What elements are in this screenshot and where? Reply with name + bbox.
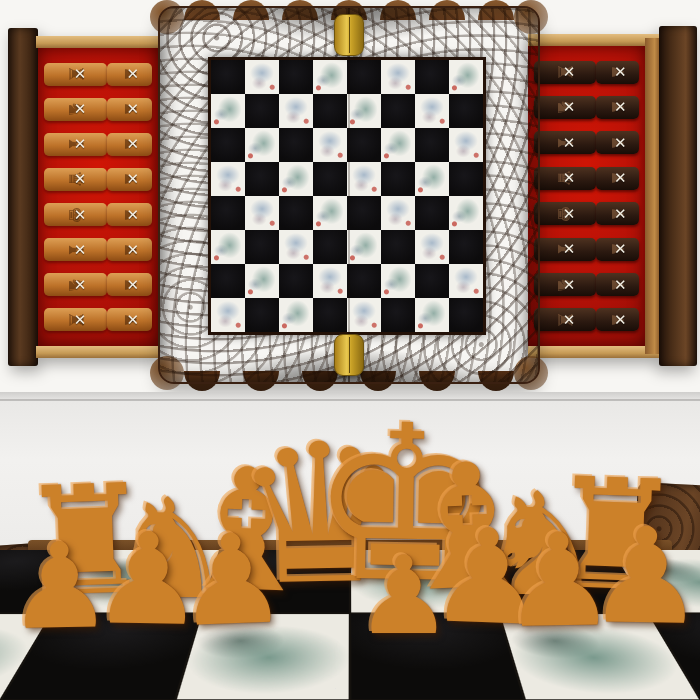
tray-piece-dark-pawn: ♟✕ <box>596 273 639 296</box>
board-square-e4 <box>347 196 381 230</box>
tray-piece-dark-pawn: ♟✕ <box>596 131 639 154</box>
top-photo-open-chess-case: ♜✕♟✕♞✕♟✕♝✕♟✕♛✕♟✕♚✕♟✕♝✕♟✕♞✕♟✕♜✕♟✕ ♜✕♟✕♞✕♟… <box>0 0 700 392</box>
tray-piece-light-pawn: ♟✕ <box>107 98 152 121</box>
board-square-c5 <box>279 162 313 196</box>
closeup-piece-pawn: ♟ <box>586 513 700 640</box>
board-square-h6 <box>449 128 483 162</box>
board-square-h8 <box>449 60 483 94</box>
closeup-photo-pieces: ♜♞♝♛♚♝♞♜♟♟♟♟♟♟♟ <box>0 392 700 700</box>
tray-row: ♞✕♟✕ <box>44 93 152 125</box>
tray-piece-dark-queen: ♛✕ <box>534 167 596 190</box>
board-square-f1 <box>381 298 415 332</box>
board-square-f6 <box>381 128 415 162</box>
board-square-g1 <box>415 298 449 332</box>
board-square-d6 <box>313 128 347 162</box>
board-square-a3 <box>211 230 245 264</box>
tray-piece-light-king: ♚✕ <box>44 203 107 226</box>
board-square-c7 <box>279 94 313 128</box>
board-square-b4 <box>245 196 279 230</box>
product-photo-collage: ♜✕♟✕♞✕♟✕♝✕♟✕♛✕♟✕♚✕♟✕♝✕♟✕♞✕♟✕♜✕♟✕ ♜✕♟✕♞✕♟… <box>0 0 700 700</box>
white-string-tie: ✕ <box>74 100 87 118</box>
board-square-e3 <box>347 230 381 264</box>
board-square-b7 <box>245 94 279 128</box>
board-square-b6 <box>245 128 279 162</box>
board-square-d3 <box>313 230 347 264</box>
white-string-tie: ✕ <box>614 240 627 258</box>
white-string-tie: ✕ <box>563 133 576 151</box>
brass-hinge-top-icon <box>334 14 364 56</box>
board-square-b8 <box>245 60 279 94</box>
tray-row: ♛✕♟✕ <box>44 163 152 195</box>
board-square-e7 <box>347 94 381 128</box>
board-square-h2 <box>449 264 483 298</box>
tray-piece-dark-bishop: ♝✕ <box>534 238 596 261</box>
tray-piece-light-bishop: ♝✕ <box>44 133 107 156</box>
tray-piece-dark-pawn: ♟✕ <box>596 238 639 261</box>
tray-row: ♞✕♟✕ <box>44 269 152 301</box>
white-string-tie: ✕ <box>74 135 87 153</box>
tray-row: ♝✕♟✕ <box>44 128 152 160</box>
brass-hinge-bottom-icon <box>334 334 364 376</box>
board-square-f5 <box>381 162 415 196</box>
tray-piece-dark-king: ♚✕ <box>534 202 596 225</box>
board-square-b2 <box>245 264 279 298</box>
board-square-g2 <box>415 264 449 298</box>
board-square-d2 <box>313 264 347 298</box>
board-square-h4 <box>449 196 483 230</box>
white-string-tie: ✕ <box>614 275 627 293</box>
board-square-g3 <box>415 230 449 264</box>
tray-lid-panel-left <box>8 28 38 366</box>
chess-board-grid <box>208 57 486 335</box>
board-square-c4 <box>279 196 313 230</box>
tray-rim <box>528 346 661 358</box>
carved-dragon-wood-frame <box>158 6 540 384</box>
tray-piece-light-knight: ♞✕ <box>44 273 107 296</box>
white-string-tie: ✕ <box>127 135 140 153</box>
tray-row: ♝✕♟✕ <box>534 127 639 159</box>
tray-piece-dark-knight: ♞✕ <box>534 273 596 296</box>
tray-row: ♜✕♟✕ <box>44 58 152 90</box>
tray-row: ♚✕♟✕ <box>44 199 152 231</box>
board-square-d4 <box>313 196 347 230</box>
tray-piece-light-knight: ♞✕ <box>44 98 107 121</box>
board-square-h5 <box>449 162 483 196</box>
tray-rim <box>528 34 661 46</box>
tray-piece-dark-pawn: ♟✕ <box>596 308 639 331</box>
white-string-tie: ✕ <box>127 275 140 293</box>
tray-piece-light-pawn: ♟✕ <box>107 133 152 156</box>
board-square-c1 <box>279 298 313 332</box>
white-string-tie: ✕ <box>563 98 576 116</box>
board-square-g8 <box>415 60 449 94</box>
board-square-a2 <box>211 264 245 298</box>
tray-row: ♜✕♟✕ <box>44 304 152 336</box>
white-string-tie: ✕ <box>563 63 576 81</box>
white-string-tie: ✕ <box>74 65 87 83</box>
white-string-tie: ✕ <box>127 170 140 188</box>
red-felt-right: ♜✕♟✕♞✕♟✕♝✕♟✕♛✕♟✕♚✕♟✕♝✕♟✕♞✕♟✕♜✕♟✕ <box>528 46 645 346</box>
tray-piece-dark-pawn: ♟✕ <box>596 96 639 119</box>
tray-piece-light-rook: ♜✕ <box>44 63 107 86</box>
white-string-tie: ✕ <box>127 240 140 258</box>
board-square-e6 <box>347 128 381 162</box>
board-square-h3 <box>449 230 483 264</box>
white-string-tie: ✕ <box>614 204 627 222</box>
tray-row: ♝✕♟✕ <box>44 234 152 266</box>
white-string-tie: ✕ <box>74 275 87 293</box>
tray-row: ♜✕♟✕ <box>534 56 639 88</box>
white-string-tie: ✕ <box>563 204 576 222</box>
tray-piece-light-pawn: ♟✕ <box>107 238 152 261</box>
board-square-a6 <box>211 128 245 162</box>
tray-piece-dark-rook: ♜✕ <box>534 308 596 331</box>
tray-piece-dark-pawn: ♟✕ <box>596 167 639 190</box>
tray-row: ♛✕♟✕ <box>534 162 639 194</box>
board-square-a7 <box>211 94 245 128</box>
right-piece-tray: ♜✕♟✕♞✕♟✕♝✕♟✕♛✕♟✕♚✕♟✕♝✕♟✕♞✕♟✕♜✕♟✕ <box>528 26 697 366</box>
tray-piece-dark-bishop: ♝✕ <box>534 131 596 154</box>
board-square-b5 <box>245 162 279 196</box>
board-square-a1 <box>211 298 245 332</box>
board-square-e8 <box>347 60 381 94</box>
board-square-d1 <box>313 298 347 332</box>
board-square-e2 <box>347 264 381 298</box>
white-string-tie: ✕ <box>563 169 576 187</box>
board-square-c6 <box>279 128 313 162</box>
red-felt-left: ♜✕♟✕♞✕♟✕♝✕♟✕♛✕♟✕♚✕♟✕♝✕♟✕♞✕♟✕♜✕♟✕ <box>38 48 158 346</box>
tray-piece-dark-knight: ♞✕ <box>534 96 596 119</box>
tray-row: ♞✕♟✕ <box>534 269 639 301</box>
tray-piece-light-pawn: ♟✕ <box>107 273 152 296</box>
tray-piece-light-queen: ♛✕ <box>44 168 107 191</box>
tray-row: ♝✕♟✕ <box>534 233 639 265</box>
board-square-e5 <box>347 162 381 196</box>
tray-lid-panel-right <box>659 26 697 366</box>
white-string-tie: ✕ <box>614 133 627 151</box>
closeup-piece-pawn: ♟ <box>174 520 289 642</box>
tray-row: ♜✕♟✕ <box>534 304 639 336</box>
tray-piece-dark-pawn: ♟✕ <box>596 61 639 84</box>
tray-rim <box>36 346 158 358</box>
tray-row: ♞✕♟✕ <box>534 91 639 123</box>
white-string-tie: ✕ <box>127 100 140 118</box>
white-string-tie: ✕ <box>563 240 576 258</box>
tray-piece-light-pawn: ♟✕ <box>107 168 152 191</box>
board-square-c8 <box>279 60 313 94</box>
tray-rim <box>36 36 158 48</box>
board-square-c3 <box>279 230 313 264</box>
white-string-tie: ✕ <box>614 63 627 81</box>
board-square-d8 <box>313 60 347 94</box>
board-square-c2 <box>279 264 313 298</box>
white-string-tie: ✕ <box>563 311 576 329</box>
board-square-a4 <box>211 196 245 230</box>
tray-piece-dark-pawn: ♟✕ <box>596 202 639 225</box>
board-square-f7 <box>381 94 415 128</box>
board-square-e1 <box>347 298 381 332</box>
board-square-a8 <box>211 60 245 94</box>
board-square-h1 <box>449 298 483 332</box>
board-square-f2 <box>381 264 415 298</box>
white-string-tie: ✕ <box>127 311 140 329</box>
white-string-tie: ✕ <box>614 311 627 329</box>
board-square-d5 <box>313 162 347 196</box>
board-square-b3 <box>245 230 279 264</box>
fold-seam <box>348 8 350 382</box>
board-square-g5 <box>415 162 449 196</box>
board-square-a5 <box>211 162 245 196</box>
tray-piece-light-pawn: ♟✕ <box>107 63 152 86</box>
board-square-f4 <box>381 196 415 230</box>
white-string-tie: ✕ <box>127 205 140 223</box>
board-square-b1 <box>245 298 279 332</box>
folding-chess-board <box>158 6 540 384</box>
white-string-tie: ✕ <box>127 65 140 83</box>
white-string-tie: ✕ <box>74 170 87 188</box>
tray-piece-light-bishop: ♝✕ <box>44 238 107 261</box>
white-string-tie: ✕ <box>74 205 87 223</box>
white-string-tie: ✕ <box>74 311 87 329</box>
left-piece-tray: ♜✕♟✕♞✕♟✕♝✕♟✕♛✕♟✕♚✕♟✕♝✕♟✕♞✕♟✕♜✕♟✕ <box>8 28 158 366</box>
white-string-tie: ✕ <box>614 169 627 187</box>
tray-piece-light-pawn: ♟✕ <box>107 203 152 226</box>
board-square-g7 <box>415 94 449 128</box>
white-string-tie: ✕ <box>74 240 87 258</box>
board-square-d7 <box>313 94 347 128</box>
tray-piece-light-pawn: ♟✕ <box>107 308 152 331</box>
tray-row: ♚✕♟✕ <box>534 198 639 230</box>
board-square-g6 <box>415 128 449 162</box>
tray-piece-dark-rook: ♜✕ <box>534 61 596 84</box>
board-square-f8 <box>381 60 415 94</box>
tray-piece-light-rook: ♜✕ <box>44 308 107 331</box>
white-string-tie: ✕ <box>614 98 627 116</box>
white-string-tie: ✕ <box>563 275 576 293</box>
board-square-g4 <box>415 196 449 230</box>
board-square-h7 <box>449 94 483 128</box>
board-square-f3 <box>381 230 415 264</box>
